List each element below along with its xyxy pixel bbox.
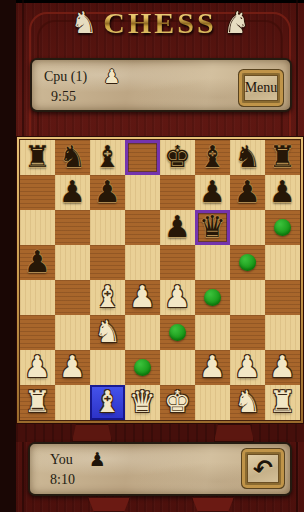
square-a2[interactable]: ♟ — [20, 350, 55, 385]
square-c2[interactable] — [90, 350, 125, 385]
black-pawn-icon: ♟ — [89, 450, 106, 469]
player-name: You — [50, 452, 73, 468]
menu-button[interactable]: Menu — [242, 73, 280, 103]
white-rook: ♜ — [20, 385, 55, 420]
square-e1[interactable]: ♚ — [160, 385, 195, 420]
square-h3[interactable] — [265, 315, 300, 350]
black-queen: ♛ — [195, 210, 230, 245]
black-pawn: ♟ — [265, 175, 300, 210]
legal-move-dot — [169, 324, 186, 341]
square-a3[interactable] — [20, 315, 55, 350]
page-title: CHESS — [103, 6, 216, 40]
chess-board: ♜♞♝♚♝♞♜♟♟♟♟♟♟♛♟♝♟♟♞♟♟♟♟♟♜♝♛♚♞♜ — [20, 140, 300, 420]
white-pawn: ♟ — [265, 350, 300, 385]
square-h7[interactable]: ♟ — [265, 175, 300, 210]
square-d8[interactable] — [125, 140, 160, 175]
square-a7[interactable] — [20, 175, 55, 210]
square-g2[interactable]: ♟ — [230, 350, 265, 385]
square-h4[interactable] — [265, 280, 300, 315]
white-pawn: ♟ — [230, 350, 265, 385]
square-d7[interactable] — [125, 175, 160, 210]
table-leg-decoration — [72, 424, 112, 442]
square-c7[interactable]: ♟ — [90, 175, 125, 210]
opponent-panel: Cpu (1) ♟ 9:55 Menu — [30, 58, 292, 112]
square-g3[interactable] — [230, 315, 265, 350]
square-f2[interactable]: ♟ — [195, 350, 230, 385]
square-f1[interactable] — [195, 385, 230, 420]
white-pawn: ♟ — [55, 350, 90, 385]
square-d4[interactable]: ♟ — [125, 280, 160, 315]
square-f3[interactable] — [195, 315, 230, 350]
opponent-clock: 9:55 — [51, 89, 120, 105]
white-pawn: ♟ — [125, 280, 160, 315]
bottom-pillar-decoration — [192, 497, 234, 512]
square-b7[interactable]: ♟ — [55, 175, 90, 210]
chess-app-screen: ♞ CHESS ♞ Cpu (1) ♟ 9:55 Menu ♜♞♝♚♝♞♜♟♟♟… — [16, 0, 304, 512]
opponent-name: Cpu (1) — [44, 69, 87, 85]
white-bishop: ♝ — [90, 280, 125, 315]
knight-icon-left: ♞ — [70, 8, 97, 38]
table-leg-decoration — [214, 424, 254, 442]
white-bishop: ♝ — [90, 385, 125, 420]
square-c1[interactable]: ♝ — [90, 385, 125, 420]
square-g8[interactable]: ♞ — [230, 140, 265, 175]
black-bishop: ♝ — [90, 140, 125, 175]
legal-move-dot — [134, 359, 151, 376]
square-c8[interactable]: ♝ — [90, 140, 125, 175]
square-g5[interactable] — [230, 245, 265, 280]
square-b6[interactable] — [55, 210, 90, 245]
square-e8[interactable]: ♚ — [160, 140, 195, 175]
square-e5[interactable] — [160, 245, 195, 280]
square-d3[interactable] — [125, 315, 160, 350]
square-h1[interactable]: ♜ — [265, 385, 300, 420]
square-g6[interactable] — [230, 210, 265, 245]
square-a5[interactable]: ♟ — [20, 245, 55, 280]
square-c6[interactable] — [90, 210, 125, 245]
square-a4[interactable] — [20, 280, 55, 315]
square-b2[interactable]: ♟ — [55, 350, 90, 385]
white-knight: ♞ — [230, 385, 265, 420]
white-queen: ♛ — [125, 385, 160, 420]
white-king: ♚ — [160, 385, 195, 420]
player-clock: 8:10 — [50, 472, 106, 488]
knight-icon-right: ♞ — [223, 8, 250, 38]
black-pawn: ♟ — [230, 175, 265, 210]
square-g4[interactable] — [230, 280, 265, 315]
lower-band-decoration — [16, 424, 304, 442]
legal-move-dot — [204, 289, 221, 306]
black-rook: ♜ — [20, 140, 55, 175]
square-h5[interactable] — [265, 245, 300, 280]
square-c3[interactable]: ♞ — [90, 315, 125, 350]
square-e2[interactable] — [160, 350, 195, 385]
square-g7[interactable]: ♟ — [230, 175, 265, 210]
square-e7[interactable] — [160, 175, 195, 210]
square-f5[interactable] — [195, 245, 230, 280]
square-c4[interactable]: ♝ — [90, 280, 125, 315]
square-h8[interactable]: ♜ — [265, 140, 300, 175]
black-bishop: ♝ — [195, 140, 230, 175]
square-b1[interactable] — [55, 385, 90, 420]
square-e3[interactable] — [160, 315, 195, 350]
square-d5[interactable] — [125, 245, 160, 280]
square-b3[interactable] — [55, 315, 90, 350]
black-pawn: ♟ — [90, 175, 125, 210]
square-d1[interactable]: ♛ — [125, 385, 160, 420]
square-a6[interactable] — [20, 210, 55, 245]
black-knight: ♞ — [230, 140, 265, 175]
white-pawn-icon: ♟ — [103, 67, 120, 86]
square-a1[interactable]: ♜ — [20, 385, 55, 420]
square-h2[interactable]: ♟ — [265, 350, 300, 385]
black-pawn: ♟ — [55, 175, 90, 210]
square-f6[interactable]: ♛ — [195, 210, 230, 245]
legal-move-dot — [239, 254, 256, 271]
square-f7[interactable]: ♟ — [195, 175, 230, 210]
bottom-pillar-decoration — [88, 497, 130, 512]
board-frame: ♜♞♝♚♝♞♜♟♟♟♟♟♟♛♟♝♟♟♞♟♟♟♟♟♜♝♛♚♞♜ — [16, 136, 304, 424]
square-a8[interactable]: ♜ — [20, 140, 55, 175]
white-pawn: ♟ — [20, 350, 55, 385]
square-e4[interactable]: ♟ — [160, 280, 195, 315]
undo-button[interactable]: ↶ — [245, 452, 281, 485]
white-pawn: ♟ — [160, 280, 195, 315]
white-pawn: ♟ — [195, 350, 230, 385]
square-d2[interactable] — [125, 350, 160, 385]
square-c5[interactable] — [90, 245, 125, 280]
black-pawn: ♟ — [20, 245, 55, 280]
undo-icon: ↶ — [251, 455, 274, 482]
white-rook: ♜ — [265, 385, 300, 420]
square-d6[interactable] — [125, 210, 160, 245]
black-knight: ♞ — [55, 140, 90, 175]
title-bar: ♞ CHESS ♞ — [16, 2, 304, 44]
square-b8[interactable]: ♞ — [55, 140, 90, 175]
white-knight: ♞ — [90, 315, 125, 350]
legal-move-dot — [274, 219, 291, 236]
square-h6[interactable] — [265, 210, 300, 245]
black-rook: ♜ — [265, 140, 300, 175]
square-b4[interactable] — [55, 280, 90, 315]
black-pawn: ♟ — [160, 210, 195, 245]
black-pawn: ♟ — [195, 175, 230, 210]
square-f8[interactable]: ♝ — [195, 140, 230, 175]
square-f4[interactable] — [195, 280, 230, 315]
square-e6[interactable]: ♟ — [160, 210, 195, 245]
square-b5[interactable] — [55, 245, 90, 280]
black-king: ♚ — [160, 140, 195, 175]
square-g1[interactable]: ♞ — [230, 385, 265, 420]
player-panel: You ♟ 8:10 ↶ — [28, 442, 292, 496]
